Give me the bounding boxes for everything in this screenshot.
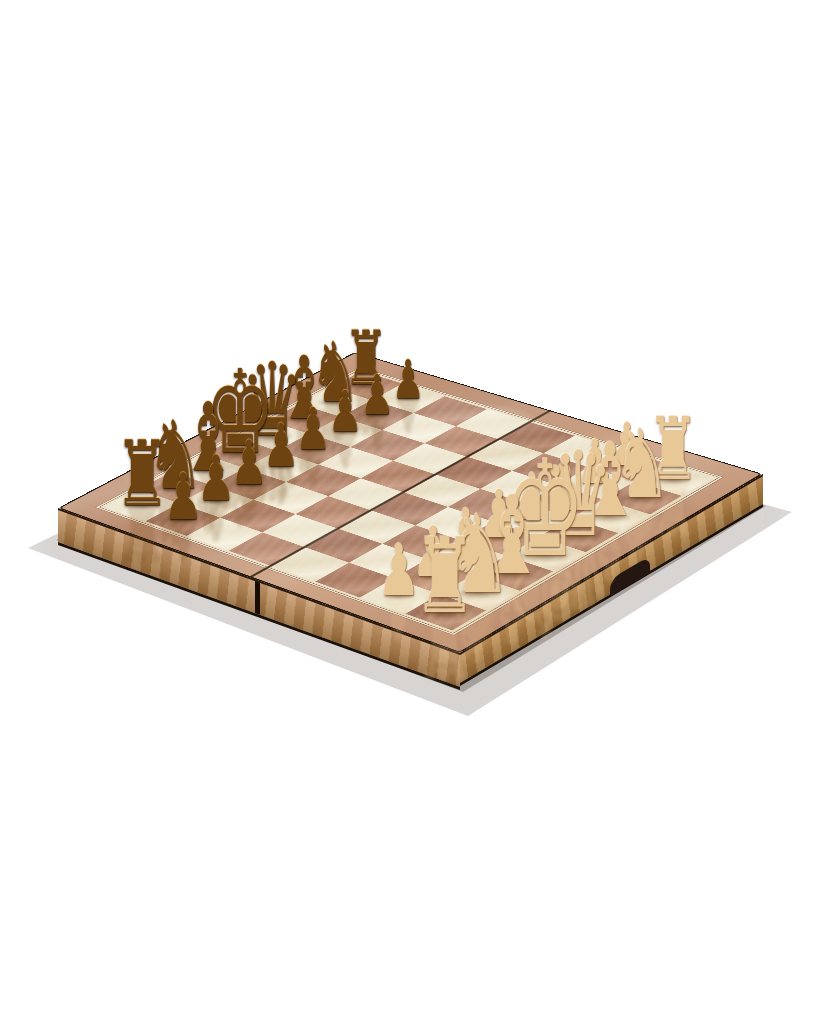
piece-glyph: ♟: [360, 368, 394, 423]
piece-glyph: ♟: [230, 432, 267, 493]
piece-glyph: ♟: [296, 400, 331, 458]
hinge-gap: [255, 581, 260, 615]
piece-glyph: ♜: [414, 525, 477, 629]
piece-glyph: ♟: [328, 384, 362, 441]
piece-glyph: ♟: [163, 465, 202, 529]
piece-glyph: ♟: [263, 416, 299, 476]
product-photo-scene: ♜♜♞♞♝♝♛♛♚♚♝♝♞♞♜♜♟♟♟♟♟♟♟♟♟♟♟♟♟♟♟♟♟♟♟♟♟♟♟♟…: [0, 0, 819, 1024]
piece-glyph: ♟: [391, 353, 424, 407]
piece-glyph: ♜: [114, 429, 169, 519]
